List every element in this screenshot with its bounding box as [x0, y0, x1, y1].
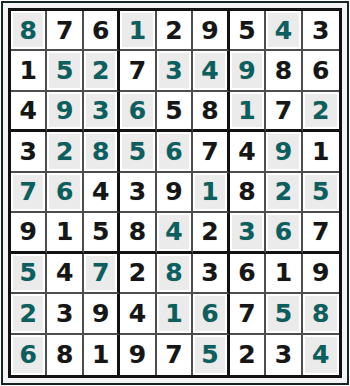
cell-r6c5[interactable]: 4	[157, 213, 193, 253]
cell-digit: 8	[195, 94, 224, 127]
cell-digit: 8	[268, 53, 298, 87]
cell-r8c6[interactable]: 6	[193, 294, 229, 334]
cell-r7c6[interactable]: 3	[193, 254, 229, 294]
cell-digit: 9	[268, 134, 298, 168]
cell-r5c2[interactable]: 6	[47, 173, 83, 213]
cell-digit: 6	[86, 13, 115, 47]
cell-r7c5[interactable]: 8	[157, 254, 193, 294]
cell-digit: 4	[159, 215, 189, 248]
cell-digit: 7	[159, 337, 189, 373]
cell-r9c5[interactable]: 7	[157, 335, 193, 375]
cell-r5c5[interactable]: 9	[157, 173, 193, 213]
cell-digit: 2	[232, 337, 262, 373]
cell-digit: 2	[13, 296, 43, 330]
cell-r8c1[interactable]: 2	[11, 294, 47, 334]
cell-r2c6[interactable]: 4	[193, 51, 229, 91]
cell-digit: 6	[122, 94, 152, 127]
cell-digit: 4	[13, 94, 43, 127]
cell-r7c3[interactable]: 7	[84, 254, 120, 294]
cell-r3c9[interactable]: 2	[303, 92, 339, 132]
cell-digit: 6	[49, 175, 79, 209]
cell-r3c2[interactable]: 9	[47, 92, 83, 132]
cell-digit: 5	[122, 134, 152, 168]
cell-digit: 7	[49, 13, 79, 47]
cell-r4c3[interactable]: 8	[84, 132, 120, 172]
cell-r6c9[interactable]: 7	[303, 213, 339, 253]
cell-r7c1[interactable]: 5	[11, 254, 47, 294]
cell-r5c4[interactable]: 3	[120, 173, 156, 213]
cell-digit: 9	[122, 337, 152, 373]
cell-digit: 2	[268, 175, 298, 209]
cell-r8c3[interactable]: 9	[84, 294, 120, 334]
cell-r7c7[interactable]: 6	[230, 254, 266, 294]
cell-r6c3[interactable]: 5	[84, 213, 120, 253]
cell-r2c2[interactable]: 5	[47, 51, 83, 91]
cell-digit: 8	[122, 215, 152, 248]
cell-digit: 1	[122, 13, 152, 47]
cell-digit: 2	[122, 256, 152, 290]
cell-digit: 1	[232, 94, 262, 127]
cell-r3c7[interactable]: 1	[230, 92, 266, 132]
cell-digit: 5	[195, 337, 224, 373]
cell-r5c8[interactable]: 2	[266, 173, 302, 213]
cell-r7c2[interactable]: 4	[47, 254, 83, 294]
cell-r4c7[interactable]: 4	[230, 132, 266, 172]
cell-r5c1[interactable]: 7	[11, 173, 47, 213]
cell-digit: 3	[268, 337, 298, 373]
cell-digit: 1	[195, 175, 224, 209]
cell-r4c8[interactable]: 9	[266, 132, 302, 172]
cell-digit: 8	[13, 13, 43, 47]
cell-digit: 7	[268, 94, 298, 127]
cell-r6c2[interactable]: 1	[47, 213, 83, 253]
cell-digit: 4	[49, 256, 79, 290]
cell-r2c5[interactable]: 3	[157, 51, 193, 91]
cell-digit: 9	[232, 53, 262, 87]
cell-r5c7[interactable]: 8	[230, 173, 266, 213]
cell-r9c1[interactable]: 6	[11, 335, 47, 375]
cell-digit: 8	[232, 175, 262, 209]
cell-digit: 7	[305, 215, 337, 248]
cell-digit: 1	[268, 256, 298, 290]
cell-digit: 4	[268, 13, 298, 47]
cell-digit: 3	[195, 256, 224, 290]
cell-digit: 5	[305, 175, 337, 209]
cell-r1c8[interactable]: 4	[266, 11, 302, 51]
cell-r9c7[interactable]: 2	[230, 335, 266, 375]
cell-digit: 1	[13, 53, 43, 87]
sudoku-page: 8761295431527349864936581723285674917643…	[0, 0, 350, 386]
cell-r8c2[interactable]: 3	[47, 294, 83, 334]
cell-r2c1[interactable]: 1	[11, 51, 47, 91]
cell-digit: 3	[86, 94, 115, 127]
cell-digit: 8	[305, 296, 337, 330]
cell-digit: 9	[49, 94, 79, 127]
cell-digit: 8	[159, 256, 189, 290]
cell-r3c1[interactable]: 4	[11, 92, 47, 132]
cell-r9c8[interactable]: 3	[266, 335, 302, 375]
cell-r1c5[interactable]: 2	[157, 11, 193, 51]
cell-r9c4[interactable]: 9	[120, 335, 156, 375]
cell-r3c5[interactable]: 5	[157, 92, 193, 132]
cell-digit: 1	[305, 134, 337, 168]
cell-r7c8[interactable]: 1	[266, 254, 302, 294]
cell-r6c6[interactable]: 2	[193, 213, 229, 253]
cell-digit: 4	[232, 134, 262, 168]
cell-digit: 2	[86, 53, 115, 87]
cell-digit: 5	[49, 53, 79, 87]
cell-r6c4[interactable]: 8	[120, 213, 156, 253]
cell-digit: 6	[159, 134, 189, 168]
cell-digit: 5	[159, 94, 189, 127]
cell-digit: 6	[268, 215, 298, 248]
cell-r1c9[interactable]: 3	[303, 11, 339, 51]
cell-digit: 4	[86, 175, 115, 209]
cell-r9c6[interactable]: 5	[193, 335, 229, 375]
cell-digit: 2	[195, 215, 224, 248]
cell-r8c7[interactable]: 7	[230, 294, 266, 334]
cell-digit: 7	[122, 53, 152, 87]
cell-r3c4[interactable]: 6	[120, 92, 156, 132]
cell-digit: 6	[195, 296, 224, 330]
cell-digit: 5	[232, 13, 262, 47]
cell-r3c6[interactable]: 8	[193, 92, 229, 132]
cell-digit: 3	[159, 53, 189, 87]
cell-digit: 3	[49, 296, 79, 330]
cell-digit: 1	[49, 215, 79, 248]
cell-r3c3[interactable]: 3	[84, 92, 120, 132]
cell-digit: 2	[305, 94, 337, 127]
cell-digit: 7	[86, 256, 115, 290]
cell-r1c7[interactable]: 5	[230, 11, 266, 51]
cell-digit: 3	[13, 134, 43, 168]
cell-digit: 4	[195, 53, 224, 87]
cell-r8c5[interactable]: 1	[157, 294, 193, 334]
cell-digit: 2	[159, 13, 189, 47]
cell-r4c2[interactable]: 2	[47, 132, 83, 172]
cell-r4c6[interactable]: 7	[193, 132, 229, 172]
cell-r2c7[interactable]: 9	[230, 51, 266, 91]
cell-r2c8[interactable]: 8	[266, 51, 302, 91]
cell-digit: 4	[122, 296, 152, 330]
cell-digit: 7	[232, 296, 262, 330]
cell-digit: 9	[305, 256, 337, 290]
cell-digit: 1	[86, 337, 115, 373]
cell-digit: 9	[86, 296, 115, 330]
cell-digit: 6	[232, 256, 262, 290]
sudoku-grid: 8761295431527349864936581723285674917643…	[8, 8, 342, 378]
cell-r4c4[interactable]: 5	[120, 132, 156, 172]
cell-digit: 4	[305, 337, 337, 373]
sudoku-board-frame: 8761295431527349864936581723285674917643…	[1, 1, 349, 385]
cell-r1c6[interactable]: 9	[193, 11, 229, 51]
cell-digit: 9	[159, 175, 189, 209]
cell-r4c9[interactable]: 1	[303, 132, 339, 172]
cell-r9c9[interactable]: 4	[303, 335, 339, 375]
cell-digit: 6	[305, 53, 337, 87]
cell-r1c4[interactable]: 1	[120, 11, 156, 51]
cell-digit: 7	[13, 175, 43, 209]
cell-digit: 9	[13, 215, 43, 248]
cell-r6c1[interactable]: 9	[11, 213, 47, 253]
cell-digit: 8	[86, 134, 115, 168]
cell-r1c3[interactable]: 6	[84, 11, 120, 51]
cell-r3c8[interactable]: 7	[266, 92, 302, 132]
cell-digit: 5	[86, 215, 115, 248]
cell-digit: 9	[195, 13, 224, 47]
cell-digit: 7	[195, 134, 224, 168]
cell-r7c4[interactable]: 2	[120, 254, 156, 294]
cell-digit: 3	[232, 215, 262, 248]
cell-r2c4[interactable]: 7	[120, 51, 156, 91]
cell-digit: 8	[49, 337, 79, 373]
cell-r2c3[interactable]: 2	[84, 51, 120, 91]
cell-digit: 5	[13, 256, 43, 290]
cell-digit: 6	[13, 337, 43, 373]
cell-r5c3[interactable]: 4	[84, 173, 120, 213]
cell-r4c1[interactable]: 3	[11, 132, 47, 172]
cell-digit: 5	[268, 296, 298, 330]
cell-digit: 1	[159, 296, 189, 330]
cell-r5c6[interactable]: 1	[193, 173, 229, 213]
cell-r6c8[interactable]: 6	[266, 213, 302, 253]
cell-r9c3[interactable]: 1	[84, 335, 120, 375]
cell-r6c7[interactable]: 3	[230, 213, 266, 253]
cell-r1c2[interactable]: 7	[47, 11, 83, 51]
cell-r9c2[interactable]: 8	[47, 335, 83, 375]
cell-r8c9[interactable]: 8	[303, 294, 339, 334]
cell-r4c5[interactable]: 6	[157, 132, 193, 172]
cell-digit: 3	[122, 175, 152, 209]
cell-r8c4[interactable]: 4	[120, 294, 156, 334]
cell-r1c1[interactable]: 8	[11, 11, 47, 51]
cell-r5c9[interactable]: 5	[303, 173, 339, 213]
cell-r2c9[interactable]: 6	[303, 51, 339, 91]
cell-digit: 2	[49, 134, 79, 168]
cell-r8c8[interactable]: 5	[266, 294, 302, 334]
cell-digit: 3	[305, 13, 337, 47]
cell-r7c9[interactable]: 9	[303, 254, 339, 294]
